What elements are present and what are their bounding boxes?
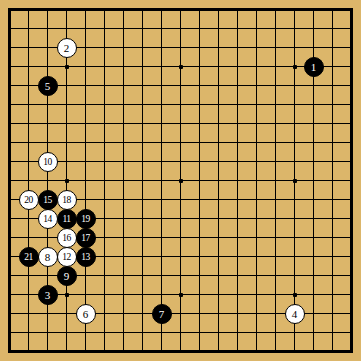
intersection (323, 285, 342, 304)
intersection (304, 152, 323, 171)
intersection (342, 95, 361, 114)
move-number: 17 (81, 232, 90, 242)
intersection (266, 266, 285, 285)
intersection (190, 209, 209, 228)
stone-white-14: 14 (38, 209, 58, 229)
intersection (38, 228, 57, 247)
stone-black-5: 5 (38, 76, 58, 96)
intersection (0, 209, 19, 228)
intersection (95, 190, 114, 209)
intersection (266, 209, 285, 228)
stone-white-4: 4 (285, 304, 305, 324)
intersection (323, 133, 342, 152)
intersection (133, 171, 152, 190)
intersection (209, 266, 228, 285)
intersection (304, 266, 323, 285)
intersection (266, 114, 285, 133)
intersection (171, 76, 190, 95)
intersection (323, 342, 342, 361)
intersection (247, 190, 266, 209)
intersection (133, 266, 152, 285)
intersection (323, 95, 342, 114)
intersection (285, 152, 304, 171)
intersection (152, 152, 171, 171)
star-point (65, 65, 69, 69)
move-number: 15 (43, 194, 52, 204)
intersection (114, 0, 133, 19)
move-number: 20 (24, 194, 33, 204)
intersection (304, 209, 323, 228)
intersection (76, 0, 95, 19)
intersection (133, 190, 152, 209)
intersection (247, 266, 266, 285)
intersection (190, 247, 209, 266)
intersection (228, 57, 247, 76)
intersection (19, 133, 38, 152)
intersection (152, 57, 171, 76)
intersection (152, 190, 171, 209)
move-number: 12 (62, 251, 71, 261)
intersection (342, 76, 361, 95)
move-number: 18 (62, 194, 71, 204)
intersection (95, 228, 114, 247)
intersection (266, 304, 285, 323)
intersection (304, 285, 323, 304)
intersection (266, 19, 285, 38)
intersection (209, 228, 228, 247)
intersection (133, 57, 152, 76)
intersection (38, 342, 57, 361)
intersection (228, 76, 247, 95)
intersection (266, 190, 285, 209)
intersection (228, 285, 247, 304)
intersection (304, 0, 323, 19)
intersection (95, 323, 114, 342)
intersection (38, 323, 57, 342)
intersection (342, 247, 361, 266)
stone-black-13: 13 (76, 247, 96, 267)
intersection (342, 285, 361, 304)
intersection (19, 38, 38, 57)
intersection (247, 247, 266, 266)
intersection (228, 304, 247, 323)
intersection (323, 76, 342, 95)
intersection (190, 76, 209, 95)
intersection (57, 114, 76, 133)
intersection (152, 247, 171, 266)
intersection (171, 38, 190, 57)
intersection (76, 76, 95, 95)
intersection (114, 76, 133, 95)
intersection (247, 152, 266, 171)
stone-white-6: 6 (76, 304, 96, 324)
intersection (342, 228, 361, 247)
intersection (133, 114, 152, 133)
intersection (95, 266, 114, 285)
intersection (171, 152, 190, 171)
intersection (190, 152, 209, 171)
intersection (342, 38, 361, 57)
stone-black-17: 17 (76, 228, 96, 248)
intersection (19, 0, 38, 19)
intersection (209, 171, 228, 190)
move-number: 6 (83, 307, 89, 319)
intersection (266, 342, 285, 361)
intersection (285, 0, 304, 19)
intersection (38, 266, 57, 285)
intersection (247, 114, 266, 133)
stone-black-7: 7 (152, 304, 172, 324)
intersection (285, 38, 304, 57)
intersection (114, 323, 133, 342)
intersection (133, 19, 152, 38)
intersection (133, 209, 152, 228)
intersection (209, 323, 228, 342)
intersection (342, 342, 361, 361)
intersection (133, 76, 152, 95)
intersection (342, 152, 361, 171)
intersection (247, 95, 266, 114)
intersection (304, 133, 323, 152)
intersection (304, 95, 323, 114)
intersection (95, 19, 114, 38)
stone-black-21: 21 (19, 247, 39, 267)
intersection (114, 228, 133, 247)
intersection (342, 133, 361, 152)
intersection (190, 57, 209, 76)
intersection (323, 171, 342, 190)
star-point (179, 65, 183, 69)
intersection (171, 19, 190, 38)
intersection (266, 76, 285, 95)
intersection (171, 323, 190, 342)
intersection (247, 342, 266, 361)
intersection (114, 266, 133, 285)
intersection (19, 57, 38, 76)
intersection (228, 38, 247, 57)
intersection (323, 38, 342, 57)
intersection (57, 323, 76, 342)
intersection (266, 0, 285, 19)
intersection (95, 152, 114, 171)
intersection (190, 228, 209, 247)
intersection (19, 114, 38, 133)
intersection (152, 171, 171, 190)
intersection (19, 209, 38, 228)
intersection (323, 152, 342, 171)
intersection (323, 0, 342, 19)
intersection (171, 133, 190, 152)
intersection (0, 171, 19, 190)
star-point (293, 65, 297, 69)
intersection (228, 0, 247, 19)
intersection (19, 266, 38, 285)
intersection (171, 0, 190, 19)
intersection (228, 95, 247, 114)
intersection (190, 114, 209, 133)
intersection (95, 95, 114, 114)
intersection (285, 266, 304, 285)
intersection (114, 247, 133, 266)
intersection (285, 228, 304, 247)
intersection (38, 57, 57, 76)
intersection (114, 38, 133, 57)
intersection (95, 304, 114, 323)
intersection (171, 114, 190, 133)
move-number: 8 (45, 250, 51, 262)
intersection (133, 304, 152, 323)
move-number: 3 (45, 288, 51, 300)
intersection (95, 285, 114, 304)
intersection (323, 304, 342, 323)
intersection (285, 95, 304, 114)
intersection (152, 76, 171, 95)
intersection (228, 247, 247, 266)
intersection (190, 285, 209, 304)
stone-black-11: 11 (57, 209, 77, 229)
intersection (0, 133, 19, 152)
intersection (247, 19, 266, 38)
intersection (38, 0, 57, 19)
move-number: 4 (292, 307, 298, 319)
move-number: 1 (311, 60, 317, 72)
move-number: 16 (62, 232, 71, 242)
intersection (247, 0, 266, 19)
intersection (190, 304, 209, 323)
intersection (76, 133, 95, 152)
intersection (304, 19, 323, 38)
intersection (171, 266, 190, 285)
intersection (38, 19, 57, 38)
intersection (19, 152, 38, 171)
intersection (190, 266, 209, 285)
intersection (152, 342, 171, 361)
intersection (76, 171, 95, 190)
intersection (19, 76, 38, 95)
stone-black-1: 1 (304, 57, 324, 77)
intersection (152, 266, 171, 285)
intersection (114, 190, 133, 209)
intersection (0, 323, 19, 342)
intersection (190, 190, 209, 209)
intersection (57, 304, 76, 323)
star-point (179, 179, 183, 183)
intersection (209, 133, 228, 152)
move-number: 2 (64, 41, 70, 53)
intersection (304, 342, 323, 361)
intersection (342, 171, 361, 190)
intersection (114, 114, 133, 133)
intersection (209, 0, 228, 19)
intersection (323, 228, 342, 247)
intersection (76, 152, 95, 171)
intersection (133, 38, 152, 57)
intersection (152, 209, 171, 228)
intersection (57, 133, 76, 152)
intersection (304, 247, 323, 266)
intersection (95, 0, 114, 19)
intersection (114, 95, 133, 114)
intersection (304, 171, 323, 190)
intersection (152, 285, 171, 304)
move-number: 9 (64, 269, 70, 281)
move-number: 10 (43, 156, 52, 166)
intersection (133, 323, 152, 342)
intersection (228, 266, 247, 285)
intersection (171, 228, 190, 247)
intersection (114, 19, 133, 38)
intersection (190, 133, 209, 152)
star-point (179, 293, 183, 297)
intersection (228, 190, 247, 209)
intersection (38, 304, 57, 323)
intersection (342, 304, 361, 323)
intersection (285, 114, 304, 133)
intersection (114, 342, 133, 361)
intersection (114, 171, 133, 190)
intersection (247, 228, 266, 247)
intersection (285, 323, 304, 342)
intersection (38, 95, 57, 114)
intersection (76, 114, 95, 133)
intersection (323, 114, 342, 133)
intersection (209, 38, 228, 57)
intersection (209, 152, 228, 171)
intersection (95, 38, 114, 57)
intersection (323, 247, 342, 266)
intersection (323, 57, 342, 76)
intersection (95, 171, 114, 190)
intersection (190, 171, 209, 190)
intersection (228, 228, 247, 247)
intersection (133, 95, 152, 114)
intersection (76, 38, 95, 57)
intersection (266, 247, 285, 266)
intersection (323, 190, 342, 209)
intersection (285, 342, 304, 361)
intersection (133, 152, 152, 171)
intersection (323, 266, 342, 285)
intersection (19, 304, 38, 323)
intersection (0, 190, 19, 209)
intersection (19, 171, 38, 190)
intersection (209, 19, 228, 38)
intersection (266, 323, 285, 342)
intersection (247, 323, 266, 342)
intersection (152, 19, 171, 38)
intersection (57, 19, 76, 38)
intersection (152, 0, 171, 19)
stone-white-18: 18 (57, 190, 77, 210)
intersection (114, 209, 133, 228)
intersection (152, 38, 171, 57)
intersection (209, 95, 228, 114)
go-board: 123456789101112131415161718192021 (0, 0, 361, 361)
intersection (304, 304, 323, 323)
intersection (95, 133, 114, 152)
intersection (323, 19, 342, 38)
intersection (152, 228, 171, 247)
intersection (76, 95, 95, 114)
stone-white-20: 20 (19, 190, 39, 210)
intersection (342, 266, 361, 285)
intersection (171, 95, 190, 114)
intersection (0, 19, 19, 38)
intersection (247, 57, 266, 76)
intersection (266, 171, 285, 190)
intersection (95, 76, 114, 95)
intersection (304, 114, 323, 133)
move-number: 19 (81, 213, 90, 223)
intersection (342, 0, 361, 19)
intersection (19, 342, 38, 361)
intersection (76, 323, 95, 342)
intersection (0, 0, 19, 19)
intersection (114, 57, 133, 76)
intersection (285, 209, 304, 228)
intersection (285, 76, 304, 95)
intersection (0, 38, 19, 57)
intersection (209, 247, 228, 266)
intersection (342, 19, 361, 38)
intersection (0, 285, 19, 304)
intersection (114, 152, 133, 171)
intersection (38, 38, 57, 57)
move-number: 14 (43, 213, 52, 223)
star-point (293, 293, 297, 297)
intersection (57, 95, 76, 114)
intersection (323, 209, 342, 228)
intersection (171, 209, 190, 228)
intersection (247, 38, 266, 57)
stone-black-19: 19 (76, 209, 96, 229)
intersection (95, 209, 114, 228)
intersection (95, 114, 114, 133)
intersection (209, 57, 228, 76)
intersection (133, 247, 152, 266)
stone-white-10: 10 (38, 152, 58, 172)
intersection (114, 304, 133, 323)
intersection (247, 76, 266, 95)
intersection (190, 342, 209, 361)
intersection (209, 114, 228, 133)
intersection (19, 323, 38, 342)
intersection (190, 19, 209, 38)
intersection (114, 285, 133, 304)
intersection (228, 171, 247, 190)
stone-white-8: 8 (38, 247, 58, 267)
intersection (38, 133, 57, 152)
intersection (209, 209, 228, 228)
intersection (228, 19, 247, 38)
stone-black-9: 9 (57, 266, 77, 286)
intersection (247, 209, 266, 228)
intersection (114, 133, 133, 152)
intersection (76, 342, 95, 361)
intersection (304, 228, 323, 247)
intersection (95, 342, 114, 361)
intersection (0, 57, 19, 76)
intersection (247, 171, 266, 190)
intersection (209, 76, 228, 95)
intersection (19, 285, 38, 304)
intersection (171, 304, 190, 323)
intersection (342, 209, 361, 228)
intersection (19, 228, 38, 247)
intersection (304, 323, 323, 342)
intersection (209, 342, 228, 361)
intersection (152, 95, 171, 114)
